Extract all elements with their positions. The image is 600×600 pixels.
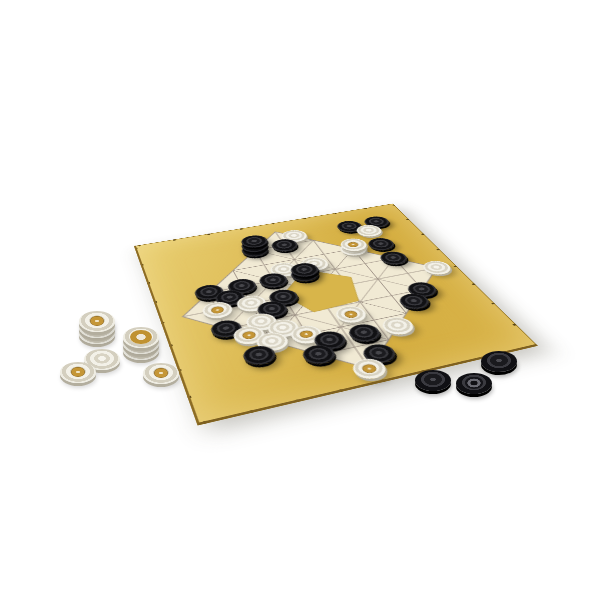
black-piece[interactable] bbox=[345, 322, 385, 344]
black-piece[interactable] bbox=[365, 236, 399, 252]
white-piece[interactable] bbox=[378, 315, 418, 337]
white-piece[interactable] bbox=[332, 304, 370, 325]
white-captured-piece[interactable] bbox=[143, 363, 179, 384]
black-piece[interactable] bbox=[192, 283, 226, 302]
black-captured-piece[interactable] bbox=[456, 373, 492, 394]
white-captured-stack-disc[interactable] bbox=[123, 327, 159, 348]
black-captured-piece[interactable] bbox=[481, 351, 517, 372]
black-piece[interactable] bbox=[396, 291, 434, 311]
white-captured-stack-disc[interactable] bbox=[79, 311, 115, 332]
white-captured-piece[interactable] bbox=[60, 362, 96, 383]
product-photo-scene bbox=[0, 0, 600, 600]
black-piece[interactable] bbox=[377, 250, 412, 267]
white-piece[interactable] bbox=[419, 259, 455, 276]
black-captured-piece[interactable] bbox=[415, 370, 451, 391]
black-piece[interactable] bbox=[404, 280, 442, 299]
black-piece[interactable] bbox=[240, 344, 279, 368]
white-piece[interactable] bbox=[348, 356, 391, 381]
